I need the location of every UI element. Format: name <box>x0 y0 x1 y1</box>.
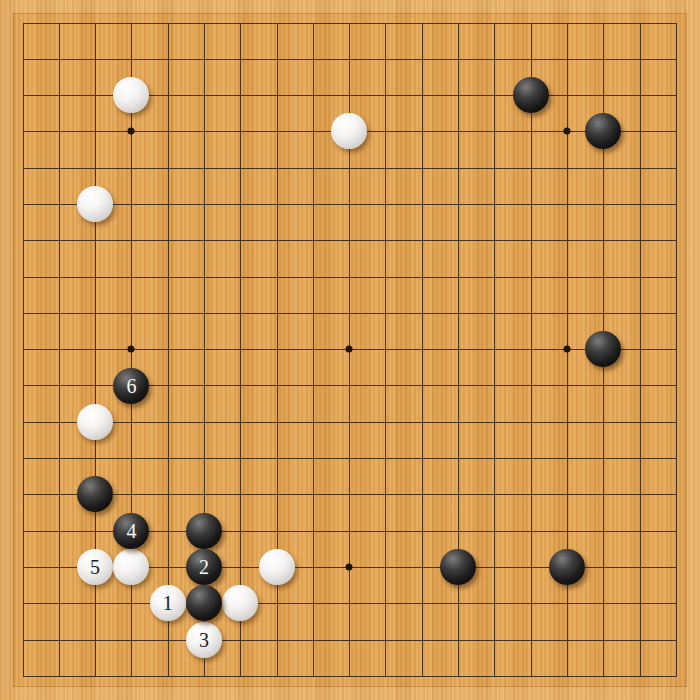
stone-white-c8[interactable] <box>77 404 113 440</box>
star-point <box>564 346 571 353</box>
stone-black-p17[interactable] <box>513 77 549 113</box>
stone-black-f3[interactable] <box>186 585 222 621</box>
stone-black-c6[interactable] <box>77 476 113 512</box>
move-number-label: 4 <box>126 521 136 541</box>
goban: 513642 <box>0 0 700 700</box>
stone-black-f4[interactable]: 2 <box>186 549 222 585</box>
stone-black-r10[interactable] <box>585 331 621 367</box>
stone-black-f5[interactable] <box>186 513 222 549</box>
stone-white-c4[interactable]: 5 <box>77 549 113 585</box>
stone-white-d4[interactable] <box>113 549 149 585</box>
move-number-label: 3 <box>199 630 209 650</box>
star-point <box>564 128 571 135</box>
stones-layer: 513642 <box>23 23 676 676</box>
move-number-label: 6 <box>126 376 136 396</box>
stone-white-k16[interactable] <box>331 113 367 149</box>
stone-black-r16[interactable] <box>585 113 621 149</box>
move-number-label: 1 <box>163 593 173 613</box>
stone-black-d5[interactable]: 4 <box>113 513 149 549</box>
move-number-label: 5 <box>90 557 100 577</box>
move-number-label: 2 <box>199 557 209 577</box>
star-point <box>346 346 353 353</box>
stone-white-c14[interactable] <box>77 186 113 222</box>
stone-black-q4[interactable] <box>549 549 585 585</box>
star-point <box>128 346 135 353</box>
stone-black-n4[interactable] <box>440 549 476 585</box>
stone-white-f2[interactable]: 3 <box>186 622 222 658</box>
stone-white-h4[interactable] <box>259 549 295 585</box>
stone-white-g3[interactable] <box>222 585 258 621</box>
stone-white-e3[interactable]: 1 <box>150 585 186 621</box>
star-point <box>128 128 135 135</box>
stone-black-d9[interactable]: 6 <box>113 368 149 404</box>
stone-white-d17[interactable] <box>113 77 149 113</box>
star-point <box>346 564 353 571</box>
